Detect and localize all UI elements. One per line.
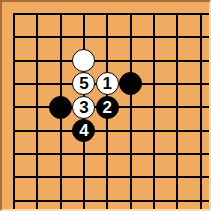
move-number-label: 4 bbox=[79, 122, 88, 139]
stone-white-move-3: 3 bbox=[72, 96, 95, 119]
stone-white-move-5: 5 bbox=[72, 72, 95, 95]
move-number-label: 5 bbox=[79, 75, 88, 92]
stone-black bbox=[119, 72, 142, 95]
stone-white bbox=[72, 49, 95, 72]
stone-black-move-4: 4 bbox=[72, 119, 95, 142]
go-board: 51324 bbox=[0, 0, 211, 211]
stones-layer: 51324 bbox=[2, 2, 211, 211]
stone-black-move-2: 2 bbox=[96, 96, 119, 119]
stone-white-move-1: 1 bbox=[96, 72, 119, 95]
stone-black bbox=[49, 96, 72, 119]
move-number-label: 3 bbox=[79, 99, 88, 116]
move-number-label: 1 bbox=[103, 75, 112, 92]
move-number-label: 2 bbox=[103, 99, 112, 116]
